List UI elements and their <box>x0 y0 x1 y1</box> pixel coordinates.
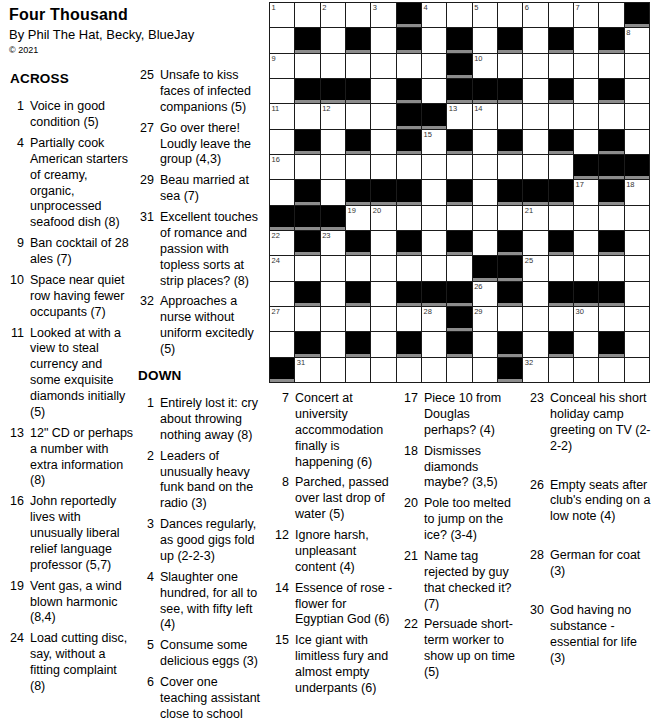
cell-11-2[interactable] <box>295 256 319 280</box>
cell-13-2[interactable] <box>295 307 319 331</box>
black-cell-1-6 <box>397 3 421 27</box>
black-cell-15-1 <box>270 358 294 382</box>
cell-6-11[interactable] <box>523 130 547 154</box>
black-cell-14-2 <box>295 332 319 356</box>
cell-7-9[interactable] <box>473 155 497 179</box>
black-cell-12-2 <box>295 282 319 306</box>
cell-7-10[interactable] <box>498 155 522 179</box>
cell-11-7[interactable] <box>422 256 446 280</box>
black-cell-10-4 <box>346 231 370 255</box>
clue-down-18: 18Dismisses diamonds maybe? (3,5) <box>398 444 524 492</box>
cell-10-3[interactable]: 23 <box>321 231 345 255</box>
cell-8-3[interactable] <box>321 180 345 204</box>
clue-number: 11 <box>4 326 30 421</box>
clue-down-14: 14Essence of rose - flower for Egyptian … <box>269 581 396 629</box>
cell-5-4[interactable] <box>346 104 370 128</box>
black-cell-8-11 <box>523 180 547 204</box>
black-cell-12-7 <box>422 282 446 306</box>
black-cell-4-12 <box>549 79 573 103</box>
cell-number-32: 32 <box>525 358 533 367</box>
cell-5-3[interactable]: 12 <box>321 104 345 128</box>
cell-11-4[interactable] <box>346 256 370 280</box>
clue-down-21: 21Name tag rejected by guy that checked … <box>398 549 524 613</box>
cell-7-6[interactable] <box>397 155 421 179</box>
cell-8-15[interactable]: 18 <box>625 180 649 204</box>
clue-text: Ice giant with limitless fury and almost… <box>295 633 396 697</box>
cell-number-8: 8 <box>626 28 630 37</box>
cell-3-15[interactable] <box>625 54 649 78</box>
clue-number: 25 <box>134 68 160 116</box>
cell-3-3[interactable] <box>321 54 345 78</box>
cell-13-12[interactable] <box>549 307 573 331</box>
cell-9-14[interactable] <box>599 206 623 230</box>
cell-3-5[interactable] <box>371 54 395 78</box>
cell-13-11[interactable] <box>523 307 547 331</box>
black-cell-10-6 <box>397 231 421 255</box>
cell-number-16: 16 <box>272 155 280 164</box>
cell-1-14[interactable] <box>599 3 623 27</box>
cell-1-7[interactable]: 4 <box>422 3 446 27</box>
clue-down-23: 23Conceal his short holiday camp greetin… <box>524 391 655 455</box>
cell-15-4[interactable] <box>346 358 370 382</box>
clue-text: Dismisses diamonds maybe? (3,5) <box>424 444 524 492</box>
clue-number: 4 <box>4 136 30 231</box>
black-cell-10-14 <box>599 231 623 255</box>
clue-text: Ignore harsh, unpleasant content (4) <box>295 528 396 576</box>
black-cell-4-10 <box>498 79 522 103</box>
clue-number: 2 <box>134 449 160 513</box>
cell-number-23: 23 <box>322 231 330 240</box>
clue-text: Looked at with a view to steal currency … <box>30 326 134 421</box>
black-cell-15-10 <box>498 358 522 382</box>
cell-3-4[interactable] <box>346 54 370 78</box>
cell-number-1: 1 <box>272 3 276 12</box>
clue-text: Slaughter one hundred, for all to see, w… <box>160 570 265 634</box>
cell-number-20: 20 <box>373 206 381 215</box>
clue-number: 16 <box>4 494 30 573</box>
cell-12-3[interactable] <box>321 282 345 306</box>
cell-number-24: 24 <box>272 256 280 265</box>
cell-number-26: 26 <box>474 282 482 291</box>
clue-number: 13 <box>4 426 30 490</box>
cell-9-15[interactable] <box>625 206 649 230</box>
clue-text: Pole too melted to jump on the ice? (3-4… <box>424 496 524 544</box>
cell-number-7: 7 <box>576 3 580 12</box>
cell-7-3[interactable] <box>321 155 345 179</box>
clue-text: Load cutting disc, say, without a fittin… <box>30 631 134 695</box>
clue-text: Excellent touches of romance and passion… <box>160 210 265 289</box>
black-cell-9-2 <box>295 206 319 230</box>
black-cell-14-8 <box>447 332 471 356</box>
cell-13-3[interactable] <box>321 307 345 331</box>
cell-1-4[interactable] <box>346 3 370 27</box>
clue-text: Beau married at sea (7) <box>160 173 265 205</box>
cell-11-5[interactable] <box>371 256 395 280</box>
cell-13-6[interactable] <box>397 307 421 331</box>
cell-number-14: 14 <box>474 104 482 113</box>
down-clue-list-4: 23Conceal his short holiday camp greetin… <box>524 391 655 666</box>
middle-clues-column: 25Unsafe to kiss faces of infected compa… <box>134 68 265 724</box>
cell-11-1[interactable]: 24 <box>270 256 294 280</box>
down-clues-column-4: 23Conceal his short holiday camp greetin… <box>524 391 655 689</box>
cell-6-3[interactable] <box>321 130 345 154</box>
black-cell-9-1 <box>270 206 294 230</box>
across-heading: ACROSS <box>10 70 134 87</box>
black-cell-10-10 <box>498 231 522 255</box>
clue-text: Parched, passed over last drop of water … <box>295 475 396 523</box>
black-cell-12-14 <box>599 282 623 306</box>
cell-9-8[interactable] <box>447 206 471 230</box>
cell-number-3: 3 <box>373 3 377 12</box>
cell-14-15[interactable] <box>625 332 649 356</box>
cell-15-13[interactable] <box>574 358 598 382</box>
clue-number: 23 <box>524 391 550 455</box>
cell-3-10[interactable] <box>498 54 522 78</box>
cell-7-5[interactable] <box>371 155 395 179</box>
black-cell-4-3 <box>321 79 345 103</box>
cell-2-15[interactable]: 8 <box>625 28 649 52</box>
black-cell-8-8 <box>447 180 471 204</box>
clue-down-15: 15Ice giant with limitless fury and almo… <box>269 633 396 697</box>
cell-6-9[interactable] <box>473 130 497 154</box>
cell-14-13[interactable] <box>574 332 598 356</box>
cell-15-5[interactable] <box>371 358 395 382</box>
cell-number-17: 17 <box>576 180 584 189</box>
cell-8-13[interactable]: 17 <box>574 180 598 204</box>
cell-4-5[interactable] <box>371 79 395 103</box>
cell-3-9[interactable]: 10 <box>473 54 497 78</box>
black-cell-1-15 <box>625 3 649 27</box>
cell-12-5[interactable] <box>371 282 395 306</box>
cell-2-5[interactable] <box>371 28 395 52</box>
clue-down-8: 8Parched, passed over last drop of water… <box>269 475 396 523</box>
cell-1-1[interactable]: 1 <box>270 3 294 27</box>
clue-text: German for coat (3) <box>550 548 655 580</box>
down-clues-column-3: 17Piece 10 from Douglas perhaps? (4)18Di… <box>398 391 524 686</box>
clue-down-26: 26Empty seats after club's ending on a l… <box>524 478 655 526</box>
cell-11-13[interactable] <box>574 256 598 280</box>
clue-down-3: 3Dances regularly, as good gigs fold up … <box>134 517 265 565</box>
cell-5-15[interactable] <box>625 104 649 128</box>
cell-5-2[interactable] <box>295 104 319 128</box>
cell-7-11[interactable] <box>523 155 547 179</box>
cell-10-1[interactable]: 22 <box>270 231 294 255</box>
clue-down-22: 22Persuade short-term worker to show up … <box>398 617 524 681</box>
cell-9-5[interactable]: 20 <box>371 206 395 230</box>
clue-text: God having no substance - essential for … <box>550 603 655 667</box>
cell-9-6[interactable] <box>397 206 421 230</box>
cell-8-7[interactable] <box>422 180 446 204</box>
puzzle-header: Four Thousand By Phil The Hat, Becky, Bl… <box>9 6 194 55</box>
cell-3-6[interactable] <box>397 54 421 78</box>
cell-10-13[interactable] <box>574 231 598 255</box>
cell-14-7[interactable] <box>422 332 446 356</box>
clue-number: 31 <box>134 210 160 289</box>
cell-3-12[interactable] <box>549 54 573 78</box>
cell-3-13[interactable] <box>574 54 598 78</box>
cell-15-9[interactable] <box>473 358 497 382</box>
clue-down-28: 28German for coat (3) <box>524 548 655 580</box>
cell-4-7[interactable] <box>422 79 446 103</box>
cell-13-4[interactable] <box>346 307 370 331</box>
black-cell-8-2 <box>295 180 319 204</box>
cell-3-1[interactable]: 9 <box>270 54 294 78</box>
cell-8-1[interactable] <box>270 180 294 204</box>
clue-text: Empty seats after club's ending on a low… <box>550 478 655 526</box>
cell-number-10: 10 <box>474 54 482 63</box>
cell-6-15[interactable] <box>625 130 649 154</box>
down-clue-list-3: 17Piece 10 from Douglas perhaps? (4)18Di… <box>398 391 524 681</box>
cell-7-1[interactable]: 16 <box>270 155 294 179</box>
cell-5-1[interactable]: 11 <box>270 104 294 128</box>
cell-15-3[interactable] <box>321 358 345 382</box>
cell-15-12[interactable] <box>549 358 573 382</box>
cell-5-13[interactable] <box>574 104 598 128</box>
cell-14-9[interactable] <box>473 332 497 356</box>
cell-1-10[interactable] <box>498 3 522 27</box>
black-cell-5-7 <box>422 104 446 128</box>
black-cell-6-10 <box>498 130 522 154</box>
clue-text: Ban cocktail of 28 ales (7) <box>30 236 134 268</box>
black-cell-11-9 <box>473 256 497 280</box>
cell-number-29: 29 <box>474 307 482 316</box>
cell-10-11[interactable] <box>523 231 547 255</box>
clue-number: 6 <box>134 675 160 724</box>
black-cell-10-8 <box>447 231 471 255</box>
cell-number-9: 9 <box>272 54 276 63</box>
clue-number: 19 <box>4 579 30 627</box>
black-cell-4-6 <box>397 79 421 103</box>
black-cell-2-8 <box>447 28 471 52</box>
cell-10-15[interactable] <box>625 231 649 255</box>
cell-11-8[interactable] <box>447 256 471 280</box>
black-cell-8-5 <box>371 180 395 204</box>
black-cell-10-2 <box>295 231 319 255</box>
cell-9-13[interactable] <box>574 206 598 230</box>
clue-number: 14 <box>269 581 295 629</box>
clue-down-12: 12Ignore harsh, unpleasant content (4) <box>269 528 396 576</box>
cell-11-14[interactable] <box>599 256 623 280</box>
black-cell-4-14 <box>599 79 623 103</box>
cell-1-12[interactable] <box>549 3 573 27</box>
cell-5-9[interactable]: 14 <box>473 104 497 128</box>
clue-text: Persuade short-term worker to show up on… <box>424 617 524 681</box>
cell-5-11[interactable] <box>523 104 547 128</box>
cell-5-14[interactable] <box>599 104 623 128</box>
cell-13-14[interactable] <box>599 307 623 331</box>
cell-3-7[interactable] <box>422 54 446 78</box>
cell-7-12[interactable] <box>549 155 573 179</box>
puzzle-copyright: © 2021 <box>9 45 194 55</box>
cell-7-4[interactable] <box>346 155 370 179</box>
cell-9-4[interactable]: 19 <box>346 206 370 230</box>
cell-13-1[interactable]: 27 <box>270 307 294 331</box>
clue-number: 26 <box>524 478 550 526</box>
cell-number-12: 12 <box>322 104 330 113</box>
clue-text: Piece 10 from Douglas perhaps? (4) <box>424 391 524 439</box>
clue-down-2: 2Leaders of unusually heavy funk band on… <box>134 449 265 513</box>
cell-13-15[interactable] <box>625 307 649 331</box>
cell-12-15[interactable] <box>625 282 649 306</box>
cell-1-5[interactable]: 3 <box>371 3 395 27</box>
cell-2-13[interactable] <box>574 28 598 52</box>
across-clues-column: ACROSS 1Voice in good condition (5)4Part… <box>4 70 134 700</box>
cell-number-15: 15 <box>424 130 432 139</box>
cell-number-13: 13 <box>449 104 457 113</box>
cell-2-1[interactable] <box>270 28 294 52</box>
cell-2-7[interactable] <box>422 28 446 52</box>
crossword-page: Four Thousand By Phil The Hat, Becky, Bl… <box>0 0 657 724</box>
cell-number-27: 27 <box>272 307 280 316</box>
cell-4-15[interactable] <box>625 79 649 103</box>
cell-13-9[interactable]: 29 <box>473 307 497 331</box>
cell-6-13[interactable] <box>574 130 598 154</box>
cell-10-9[interactable] <box>473 231 497 255</box>
cell-10-7[interactable] <box>422 231 446 255</box>
black-cell-2-12 <box>549 28 573 52</box>
cell-4-1[interactable] <box>270 79 294 103</box>
clue-text: Space near quiet row having fewer occupa… <box>30 273 134 321</box>
cell-1-9[interactable]: 5 <box>473 3 497 27</box>
cell-2-9[interactable] <box>473 28 497 52</box>
cell-11-6[interactable] <box>397 256 421 280</box>
cell-9-7[interactable] <box>422 206 446 230</box>
cell-9-10[interactable] <box>498 206 522 230</box>
cell-number-25: 25 <box>525 256 533 265</box>
cell-15-6[interactable] <box>397 358 421 382</box>
cell-3-14[interactable] <box>599 54 623 78</box>
clue-across-29: 29Beau married at sea (7) <box>134 173 265 205</box>
clue-text: Dances regularly, as good gigs fold up (… <box>160 517 265 565</box>
clue-number: 29 <box>134 173 160 205</box>
cell-number-31: 31 <box>297 358 305 367</box>
cell-6-1[interactable] <box>270 130 294 154</box>
black-cell-14-12 <box>549 332 573 356</box>
black-cell-3-8 <box>447 54 471 78</box>
black-cell-11-10 <box>498 256 522 280</box>
cell-12-1[interactable] <box>270 282 294 306</box>
cell-4-13[interactable] <box>574 79 598 103</box>
clue-number: 15 <box>269 633 295 697</box>
cell-9-9[interactable] <box>473 206 497 230</box>
cell-1-3[interactable]: 2 <box>321 3 345 27</box>
cell-12-9[interactable]: 26 <box>473 282 497 306</box>
cell-12-11[interactable] <box>523 282 547 306</box>
clue-across-1: 1Voice in good condition (5) <box>4 99 134 131</box>
black-cell-8-14 <box>599 180 623 204</box>
clue-text: Concert at university accommodation fina… <box>295 391 396 470</box>
cell-7-7[interactable] <box>422 155 446 179</box>
clue-number: 20 <box>398 496 424 544</box>
black-cell-14-6 <box>397 332 421 356</box>
black-cell-2-14 <box>599 28 623 52</box>
cell-1-11[interactable]: 6 <box>523 3 547 27</box>
clue-text: John reportedly lives with unusually lib… <box>30 494 134 573</box>
cell-14-11[interactable] <box>523 332 547 356</box>
cell-number-5: 5 <box>474 3 478 12</box>
black-cell-6-8 <box>447 130 471 154</box>
clue-down-20: 20Pole too melted to jump on the ice? (3… <box>398 496 524 544</box>
cell-14-3[interactable] <box>321 332 345 356</box>
cell-1-13[interactable]: 7 <box>574 3 598 27</box>
cell-14-1[interactable] <box>270 332 294 356</box>
clue-text: Conceal his short holiday camp greeting … <box>550 391 655 455</box>
clue-across-25: 25Unsafe to kiss faces of infected compa… <box>134 68 265 116</box>
cell-11-12[interactable] <box>549 256 573 280</box>
cell-15-8[interactable] <box>447 358 471 382</box>
cell-9-11[interactable]: 21 <box>523 206 547 230</box>
cell-13-10[interactable] <box>498 307 522 331</box>
cell-number-28: 28 <box>424 307 432 316</box>
cell-15-11[interactable]: 32 <box>523 358 547 382</box>
cell-1-2[interactable] <box>295 3 319 27</box>
crossword-grid: 1234567891011121314151617181920212223242… <box>269 2 650 383</box>
clue-text: Leaders of unusually heavy funk band on … <box>160 449 265 513</box>
clue-text: Name tag rejected by guy that checked it… <box>424 549 524 613</box>
clue-text: Approaches a nurse without uniform excit… <box>160 294 265 358</box>
cell-15-2[interactable]: 31 <box>295 358 319 382</box>
black-cell-14-14 <box>599 332 623 356</box>
black-cell-13-8 <box>447 307 471 331</box>
clue-across-9: 9Ban cocktail of 28 ales (7) <box>4 236 134 268</box>
cell-5-12[interactable] <box>549 104 573 128</box>
cell-6-5[interactable] <box>371 130 395 154</box>
black-cell-6-12 <box>549 130 573 154</box>
black-cell-6-2 <box>295 130 319 154</box>
cell-13-5[interactable] <box>371 307 395 331</box>
cell-2-3[interactable] <box>321 28 345 52</box>
clue-number: 21 <box>398 549 424 613</box>
clue-number: 8 <box>269 475 295 523</box>
cell-8-9[interactable] <box>473 180 497 204</box>
cell-9-12[interactable] <box>549 206 573 230</box>
down-clues-column-2: 7Concert at university accommodation fin… <box>269 391 396 702</box>
clue-number: 3 <box>134 517 160 565</box>
cell-7-2[interactable] <box>295 155 319 179</box>
cell-11-11[interactable]: 25 <box>523 256 547 280</box>
cell-13-7[interactable]: 28 <box>422 307 446 331</box>
cell-4-11[interactable] <box>523 79 547 103</box>
cell-3-11[interactable] <box>523 54 547 78</box>
cell-5-8[interactable]: 13 <box>447 104 471 128</box>
cell-11-3[interactable] <box>321 256 345 280</box>
cell-3-2[interactable] <box>295 54 319 78</box>
cell-5-5[interactable] <box>371 104 395 128</box>
black-cell-6-14 <box>599 130 623 154</box>
black-cell-12-4 <box>346 282 370 306</box>
cell-5-10[interactable] <box>498 104 522 128</box>
cell-13-13[interactable]: 30 <box>574 307 598 331</box>
cell-15-7[interactable] <box>422 358 446 382</box>
cell-number-30: 30 <box>576 307 584 316</box>
cell-14-5[interactable] <box>371 332 395 356</box>
clue-text: Unsafe to kiss faces of infected compani… <box>160 68 265 116</box>
clue-number: 5 <box>134 638 160 670</box>
cell-1-8[interactable] <box>447 3 471 27</box>
cell-2-11[interactable] <box>523 28 547 52</box>
cell-7-8[interactable] <box>447 155 471 179</box>
cell-15-14[interactable] <box>599 358 623 382</box>
cell-6-7[interactable]: 15 <box>422 130 446 154</box>
cell-15-15[interactable] <box>625 358 649 382</box>
black-cell-14-10 <box>498 332 522 356</box>
across-clue-list-2: 25Unsafe to kiss faces of infected compa… <box>134 68 265 358</box>
cell-number-4: 4 <box>424 3 428 12</box>
cell-10-5[interactable] <box>371 231 395 255</box>
cell-number-21: 21 <box>525 206 533 215</box>
cell-11-15[interactable] <box>625 256 649 280</box>
clue-number: 17 <box>398 391 424 439</box>
